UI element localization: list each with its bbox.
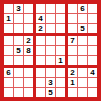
cell-r6c9-empty[interactable] <box>88 56 97 65</box>
cell-r7c3-empty[interactable] <box>24 68 33 77</box>
cell-r8c9-empty[interactable] <box>88 78 97 87</box>
cell-r8c2-empty[interactable] <box>14 78 23 87</box>
cell-r7c7-given: 2 <box>68 68 77 77</box>
cell-r9c7-empty[interactable] <box>68 88 77 97</box>
cell-r3c8-given: 5 <box>78 24 87 33</box>
cell-r1c8-given: 6 <box>78 4 87 13</box>
cell-r6c8-empty[interactable] <box>78 56 87 65</box>
cell-r6c6-given: 1 <box>56 56 65 65</box>
cell-r3c1-empty[interactable] <box>4 24 13 33</box>
cell-r8c3-empty[interactable] <box>24 78 33 87</box>
cell-r5c7-empty[interactable] <box>68 46 77 55</box>
cell-r9c9-empty[interactable] <box>88 88 97 97</box>
cell-r6c7-empty[interactable] <box>68 56 77 65</box>
cell-r8c8-empty[interactable] <box>78 78 87 87</box>
cell-r2c9-empty[interactable] <box>88 14 97 23</box>
cell-r2c6-empty[interactable] <box>56 14 65 23</box>
cell-r5c8-empty[interactable] <box>78 46 87 55</box>
cell-r1c7-empty[interactable] <box>68 4 77 13</box>
cell-r1c3-empty[interactable] <box>24 4 33 13</box>
cell-r5c3-given: 8 <box>24 46 33 55</box>
cell-r4c7-given: 7 <box>68 36 77 45</box>
cell-r1c4-empty[interactable] <box>36 4 45 13</box>
cell-r3c2-empty[interactable] <box>14 24 23 33</box>
cell-r3c3-empty[interactable] <box>24 24 33 33</box>
cell-r6c5-empty[interactable] <box>46 56 55 65</box>
cell-r5c5-empty[interactable] <box>46 46 55 55</box>
cell-r4c3-given: 2 <box>24 36 33 45</box>
cell-r5c6-empty[interactable] <box>56 46 65 55</box>
cell-r3c9-empty[interactable] <box>88 24 97 33</box>
cell-r4c1-empty[interactable] <box>4 36 13 45</box>
cell-r8c6-empty[interactable] <box>56 78 65 87</box>
cell-r2c3-empty[interactable] <box>24 14 33 23</box>
cell-r8c1-empty[interactable] <box>4 78 13 87</box>
cell-r6c3-empty[interactable] <box>24 56 33 65</box>
cell-r9c6-empty[interactable] <box>56 88 65 97</box>
cell-r3c7-empty[interactable] <box>68 24 77 33</box>
cell-r2c4-given: 4 <box>36 14 45 23</box>
cell-r9c4-empty[interactable] <box>36 88 45 97</box>
cell-r7c6-empty[interactable] <box>56 68 65 77</box>
cell-r8c7-given: 1 <box>68 78 77 87</box>
cell-r2c7-empty[interactable] <box>68 14 77 23</box>
cell-r8c4-empty[interactable] <box>36 78 45 87</box>
cell-r5c9-empty[interactable] <box>88 46 97 55</box>
cell-r7c4-empty[interactable] <box>36 68 45 77</box>
cell-r7c9-given: 4 <box>88 68 97 77</box>
cell-r2c2-empty[interactable] <box>14 14 23 23</box>
cell-r7c5-empty[interactable] <box>46 68 55 77</box>
cell-r9c3-empty[interactable] <box>24 88 33 97</box>
cell-r5c1-empty[interactable] <box>4 46 13 55</box>
cell-r1c1-empty[interactable] <box>4 4 13 13</box>
cell-r1c5-empty[interactable] <box>46 4 55 13</box>
cell-r4c4-empty[interactable] <box>36 36 45 45</box>
board-border-right <box>97 0 101 101</box>
cell-r2c8-empty[interactable] <box>78 14 87 23</box>
cell-r4c8-empty[interactable] <box>78 36 87 45</box>
cell-r9c5-given: 5 <box>46 88 55 97</box>
cell-r4c2-empty[interactable] <box>14 36 23 45</box>
cell-r9c8-empty[interactable] <box>78 88 87 97</box>
cell-r1c9-empty[interactable] <box>88 4 97 13</box>
cell-r7c2-empty[interactable] <box>14 68 23 77</box>
cell-r6c2-empty[interactable] <box>14 56 23 65</box>
cell-r4c5-empty[interactable] <box>46 36 55 45</box>
cell-r2c5-empty[interactable] <box>46 14 55 23</box>
cell-r3c6-empty[interactable] <box>56 24 65 33</box>
cell-r6c4-empty[interactable] <box>36 56 45 65</box>
cell-r3c5-empty[interactable] <box>46 24 55 33</box>
cell-r5c4-empty[interactable] <box>36 46 45 55</box>
board-border-bottom <box>0 97 101 101</box>
sudoku-board: 36142527581624315 <box>0 0 101 101</box>
cell-r5c2-given: 5 <box>14 46 23 55</box>
cell-r3c4-given: 2 <box>36 24 45 33</box>
cell-r9c1-empty[interactable] <box>4 88 13 97</box>
cell-r7c8-empty[interactable] <box>78 68 87 77</box>
cell-r4c9-empty[interactable] <box>88 36 97 45</box>
cell-r7c1-given: 6 <box>4 68 13 77</box>
cell-r4c6-empty[interactable] <box>56 36 65 45</box>
cell-r9c2-empty[interactable] <box>14 88 23 97</box>
cell-r6c1-empty[interactable] <box>4 56 13 65</box>
cell-r1c6-empty[interactable] <box>56 4 65 13</box>
cell-r2c1-given: 1 <box>4 14 13 23</box>
cell-r1c2-given: 3 <box>14 4 23 13</box>
cell-r8c5-given: 3 <box>46 78 55 87</box>
